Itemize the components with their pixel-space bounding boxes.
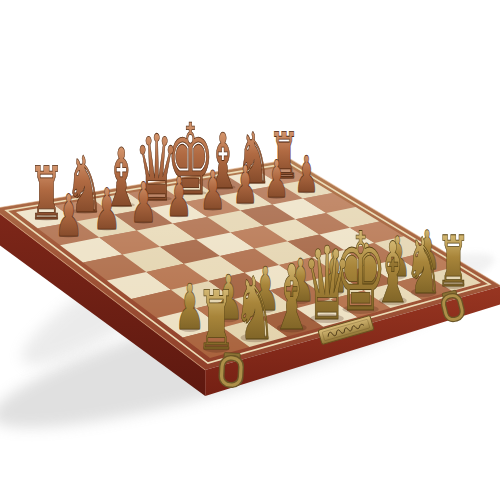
piece-black-pawn-c7[interactable]: ♟ [130, 170, 157, 236]
piece-black-pawn-e7[interactable]: ♟ [200, 159, 226, 221]
piece-white-knight-b1[interactable]: ♞ [234, 258, 276, 359]
piece-black-pawn-a7[interactable]: ♟ [54, 182, 82, 249]
piece-black-pawn-h7[interactable]: ♟ [294, 144, 318, 204]
piece-black-pawn-d7[interactable]: ♟ [166, 164, 192, 227]
piece-black-pawn-b7[interactable]: ♟ [93, 175, 121, 242]
piece-black-pawn-f7[interactable]: ♟ [232, 155, 257, 216]
chess-set-photo: ♜♞♝♟♚♟♛♟♝♟♞♟♜♟♟♟♟♟♟♜♟♞♟♝♟♚♟♛♟♝♞♜ [0, 0, 500, 500]
chess-scene: ♜♞♝♟♚♟♛♟♝♟♞♟♜♟♟♟♟♟♟♜♟♞♟♝♟♚♟♛♟♝♞♜ [0, 0, 500, 500]
piece-black-pawn-g7[interactable]: ♟ [264, 150, 289, 210]
piece-white-bishop-c1[interactable]: ♝ [270, 245, 314, 350]
